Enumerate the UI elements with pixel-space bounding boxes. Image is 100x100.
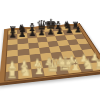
square-a5[interactable] [7, 44, 18, 51]
chess-board-frame: ♜♞♝♛♚♝♞♜♟♟♟♟♟♟♟♟♟♟♟♟♟♟♟♟♜♞♝♛♚♝♞♜ [0, 23, 100, 86]
square-b1[interactable]: ♞ [18, 69, 31, 79]
black-king: ♚ [45, 18, 54, 32]
product-photo-scene: ♜♞♝♛♚♝♞♜♟♟♟♟♟♟♟♟♟♟♟♟♟♟♟♟♜♞♝♛♚♝♞♜ [0, 0, 100, 100]
square-h3[interactable] [82, 49, 96, 56]
square-h4[interactable] [79, 44, 92, 51]
square-a1[interactable]: ♜ [6, 70, 19, 80]
chess-board: ♜♞♝♛♚♝♞♜♟♟♟♟♟♟♟♟♟♟♟♟♟♟♟♟♜♞♝♛♚♝♞♜ [6, 25, 100, 80]
square-c5[interactable] [28, 42, 39, 48]
square-b5[interactable] [18, 43, 29, 49]
square-f1[interactable]: ♝ [66, 64, 81, 73]
black-rook: ♜ [8, 25, 17, 34]
black-rook: ♜ [71, 21, 80, 30]
